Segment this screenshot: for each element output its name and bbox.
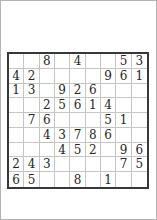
cell-r8c6[interactable]	[86, 157, 101, 172]
cell-r7c1[interactable]	[9, 143, 24, 158]
cell-r6c8[interactable]	[116, 128, 131, 143]
cell-r2c4[interactable]	[55, 69, 70, 84]
cell-r3c3[interactable]	[40, 84, 55, 99]
cell-r5c1[interactable]	[9, 113, 24, 128]
cell-r5c3[interactable]: 6	[40, 113, 55, 128]
cell-r3c1[interactable]: 1	[9, 84, 24, 99]
cell-r6c9[interactable]	[132, 128, 147, 143]
cell-r5c2[interactable]: 7	[24, 113, 39, 128]
cell-r1c1[interactable]	[9, 54, 24, 69]
cell-r3c8[interactable]	[116, 84, 131, 99]
cell-r7c3[interactable]	[40, 143, 55, 158]
cell-r8c3[interactable]: 3	[40, 157, 55, 172]
cell-r3c9[interactable]	[132, 84, 147, 99]
cell-r3c6[interactable]: 6	[86, 84, 101, 99]
cell-r6c4[interactable]: 3	[55, 128, 70, 143]
cell-r2c6[interactable]	[86, 69, 101, 84]
cell-r2c2[interactable]: 2	[24, 69, 39, 84]
cell-r4c7[interactable]: 4	[101, 98, 116, 113]
cell-r4c5[interactable]: 6	[70, 98, 85, 113]
cell-r5c6[interactable]	[86, 113, 101, 128]
cell-r6c1[interactable]	[9, 128, 24, 143]
cell-r8c1[interactable]: 2	[9, 157, 24, 172]
cell-r2c7[interactable]: 9	[101, 69, 116, 84]
cell-r8c8[interactable]: 7	[116, 157, 131, 172]
cell-r3c4[interactable]: 9	[55, 84, 70, 99]
cell-r2c9[interactable]: 1	[132, 69, 147, 84]
cell-r1c2[interactable]	[24, 54, 39, 69]
cell-r7c8[interactable]: 9	[116, 143, 131, 158]
cell-r1c7[interactable]	[101, 54, 116, 69]
cell-r9c1[interactable]: 6	[9, 172, 24, 187]
cell-r4c2[interactable]	[24, 98, 39, 113]
cell-r6c3[interactable]: 4	[40, 128, 55, 143]
cell-r3c7[interactable]	[101, 84, 116, 99]
cell-r6c5[interactable]: 7	[70, 128, 85, 143]
cell-r5c7[interactable]: 5	[101, 113, 116, 128]
cell-r4c1[interactable]	[9, 98, 24, 113]
cell-r7c2[interactable]	[24, 143, 39, 158]
cell-r9c4[interactable]	[55, 172, 70, 187]
cell-r1c9[interactable]: 3	[132, 54, 147, 69]
cell-r4c3[interactable]: 2	[40, 98, 55, 113]
cell-r8c7[interactable]	[101, 157, 116, 172]
cell-r1c3[interactable]: 8	[40, 54, 55, 69]
cell-r4c6[interactable]: 1	[86, 98, 101, 113]
cell-r9c7[interactable]: 1	[101, 172, 116, 187]
cell-r4c4[interactable]: 5	[55, 98, 70, 113]
cell-r8c9[interactable]: 5	[132, 157, 147, 172]
cell-r1c6[interactable]	[86, 54, 101, 69]
sudoku-page: 8453429611392625614765143786452962437565…	[0, 0, 157, 220]
cell-r5c4[interactable]	[55, 113, 70, 128]
cell-r3c5[interactable]: 2	[70, 84, 85, 99]
cell-r9c8[interactable]	[116, 172, 131, 187]
cell-r2c5[interactable]	[70, 69, 85, 84]
cell-r3c2[interactable]: 3	[24, 84, 39, 99]
cell-r1c5[interactable]: 4	[70, 54, 85, 69]
cell-r5c9[interactable]	[132, 113, 147, 128]
cell-r9c6[interactable]	[86, 172, 101, 187]
cell-r2c8[interactable]: 6	[116, 69, 131, 84]
cell-r2c1[interactable]: 4	[9, 69, 24, 84]
cell-r9c3[interactable]	[40, 172, 55, 187]
cell-r7c7[interactable]	[101, 143, 116, 158]
cell-r6c2[interactable]	[24, 128, 39, 143]
sudoku-board: 8453429611392625614765143786452962437565…	[7, 52, 149, 189]
cell-r2c3[interactable]	[40, 69, 55, 84]
cell-r9c2[interactable]: 5	[24, 172, 39, 187]
cell-r7c9[interactable]: 6	[132, 143, 147, 158]
cell-r4c9[interactable]	[132, 98, 147, 113]
cell-r1c8[interactable]: 5	[116, 54, 131, 69]
cell-r8c5[interactable]	[70, 157, 85, 172]
cell-r5c8[interactable]: 1	[116, 113, 131, 128]
cell-r7c6[interactable]: 2	[86, 143, 101, 158]
cell-r5c5[interactable]	[70, 113, 85, 128]
cell-r9c5[interactable]: 8	[70, 172, 85, 187]
cell-r6c7[interactable]: 6	[101, 128, 116, 143]
cell-r8c4[interactable]	[55, 157, 70, 172]
cell-r6c6[interactable]: 8	[86, 128, 101, 143]
cell-r7c4[interactable]: 4	[55, 143, 70, 158]
cell-r8c2[interactable]: 4	[24, 157, 39, 172]
cell-r1c4[interactable]	[55, 54, 70, 69]
cell-r7c5[interactable]: 5	[70, 143, 85, 158]
cell-r4c8[interactable]	[116, 98, 131, 113]
cell-r9c9[interactable]	[132, 172, 147, 187]
